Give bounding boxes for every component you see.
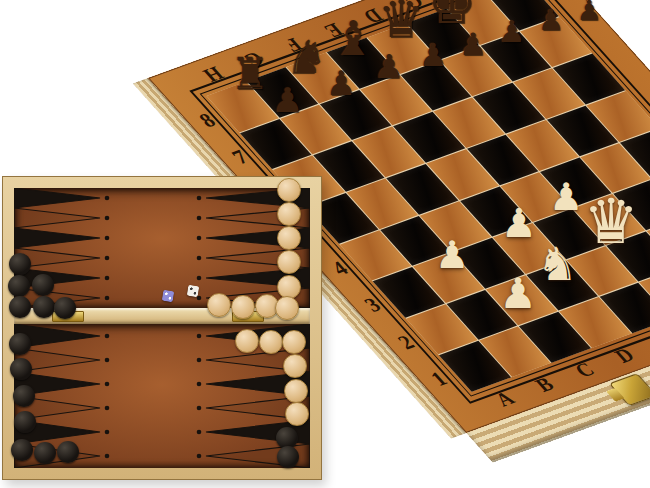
chess-piece-black-pawn: ♟ [374, 50, 404, 83]
backgammon-checker-white [277, 226, 301, 250]
backgammon-checker-white [284, 379, 308, 403]
backgammon-checker-white [259, 330, 283, 354]
backgammon-checker-black [9, 253, 31, 275]
backgammon-checker-black [8, 275, 30, 297]
chess-piece-black-pawn: ♟ [459, 29, 487, 60]
chess-piece-white-pawn: ♟ [499, 273, 537, 315]
backgammon-checker-black [11, 439, 33, 461]
product-photo-stage: HGFEDCBA ABCDEFGH 87654321 ♜♟♞♟♝♟♛♟♚♟♟♟♟… [0, 0, 650, 488]
backgammon-checker-black [54, 297, 76, 319]
backgammon-top-panel [14, 188, 310, 308]
backgammon-checker-white [235, 329, 259, 353]
chess-piece-black-pawn: ♟ [499, 17, 526, 47]
chess-piece-white-pawn: ♟ [501, 203, 537, 243]
chess-piece-black-queen: ♛ [378, 0, 425, 45]
backgammon-checker-white [277, 178, 301, 202]
backgammon-checker-black [57, 441, 79, 463]
backgammon-checker-black [14, 411, 36, 433]
chess-piece-black-pawn: ♟ [419, 39, 448, 71]
chess-piece-black-rook: ♜ [230, 52, 269, 96]
chess-piece-white-queen: ♛ [583, 191, 639, 253]
backgammon-checker-black [34, 442, 56, 464]
backgammon-checker-black [9, 333, 31, 355]
chess-piece-white-knight: ♞ [536, 241, 577, 287]
backgammon-checker-black [9, 296, 31, 318]
backgammon-checker-white [285, 402, 309, 426]
backgammon-checker-black [33, 296, 55, 318]
chess-piece-white-pawn: ♟ [435, 236, 469, 274]
backgammon-checker-black [13, 385, 35, 407]
backgammon-checker-black [10, 358, 32, 380]
chess-piece-black-knight: ♞ [286, 34, 327, 80]
backgammon-checker-white [277, 250, 301, 274]
backgammon-checker-black [32, 274, 54, 296]
backgammon-case [2, 176, 322, 480]
chess-piece-black-pawn: ♟ [576, 0, 601, 25]
die-2 [187, 285, 200, 298]
backgammon-checker-white [275, 296, 299, 320]
die-1 [162, 290, 175, 303]
backgammon-points [14, 188, 310, 308]
chess-piece-black-pawn: ♟ [538, 6, 564, 35]
backgammon-checker-white [283, 354, 307, 378]
backgammon-checker-white [282, 330, 306, 354]
chess-piece-black-pawn: ♟ [326, 66, 356, 100]
backgammon-checker-white [231, 295, 255, 319]
chess-piece-black-bishop: ♝ [331, 14, 374, 62]
backgammon-checker-white [277, 202, 301, 226]
backgammon-checker-white [207, 293, 231, 317]
backgammon-checker-black [277, 446, 299, 468]
chess-piece-white-pawn: ♟ [549, 178, 583, 216]
chess-piece-black-pawn: ♟ [273, 83, 303, 117]
